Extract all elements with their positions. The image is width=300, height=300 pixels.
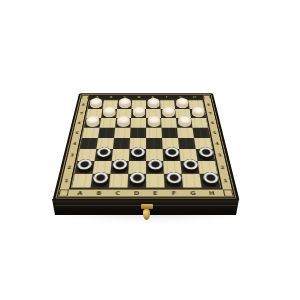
piece-white-a6[interactable] xyxy=(85,118,99,126)
piece-white-f7[interactable] xyxy=(161,109,174,116)
piece-top xyxy=(129,171,144,182)
piece-top xyxy=(111,158,126,168)
piece-white-c8[interactable] xyxy=(118,101,130,108)
piece-white-c6[interactable] xyxy=(116,118,129,126)
pieces-layer xyxy=(52,93,239,200)
piece-white-e8[interactable] xyxy=(147,101,159,108)
piece-black-e2[interactable] xyxy=(147,162,161,172)
piece-top xyxy=(165,171,181,182)
piece-white-h7[interactable] xyxy=(191,109,204,116)
checkers-board: ABCDEFGH ABCDEFGH 87654321 87654321 xyxy=(52,93,239,200)
piece-top xyxy=(95,146,110,156)
piece-top xyxy=(182,158,198,168)
piece-top xyxy=(175,97,188,104)
piece-top xyxy=(85,115,99,123)
piece-white-g8[interactable] xyxy=(175,101,188,108)
piece-top xyxy=(130,146,144,156)
piece-white-e6[interactable] xyxy=(147,118,160,126)
piece-black-d1[interactable] xyxy=(129,175,144,186)
board-scene: ABCDEFGH ABCDEFGH 87654321 87654321 xyxy=(0,0,300,300)
piece-top xyxy=(116,115,129,123)
piece-white-g6[interactable] xyxy=(177,118,190,126)
piece-black-h3[interactable] xyxy=(197,150,212,160)
piece-white-a8[interactable] xyxy=(89,101,102,108)
piece-top xyxy=(75,158,91,168)
piece-black-g2[interactable] xyxy=(182,162,198,172)
piece-black-a2[interactable] xyxy=(76,162,92,172)
product-photo-background: ABCDEFGH ABCDEFGH 87654321 87654321 xyxy=(0,0,300,300)
piece-black-d3[interactable] xyxy=(130,150,144,160)
piece-black-b1[interactable] xyxy=(92,175,108,186)
piece-top xyxy=(132,106,144,113)
piece-black-c2[interactable] xyxy=(112,162,127,172)
piece-black-f1[interactable] xyxy=(165,175,181,186)
piece-top xyxy=(118,97,130,104)
piece-top xyxy=(177,115,190,123)
piece-top xyxy=(197,146,213,156)
piece-top xyxy=(147,115,160,123)
piece-white-b7[interactable] xyxy=(102,109,115,116)
piece-top xyxy=(89,97,102,104)
piece-top xyxy=(102,106,115,113)
piece-top xyxy=(147,158,162,168)
piece-top xyxy=(191,106,204,113)
piece-top xyxy=(147,97,159,104)
piece-top xyxy=(162,106,175,113)
piece-top xyxy=(164,146,179,156)
piece-black-b3[interactable] xyxy=(96,150,111,160)
piece-black-h1[interactable] xyxy=(201,175,218,186)
piece-white-d7[interactable] xyxy=(132,109,144,116)
piece-top xyxy=(91,171,107,182)
piece-black-f3[interactable] xyxy=(164,150,178,160)
